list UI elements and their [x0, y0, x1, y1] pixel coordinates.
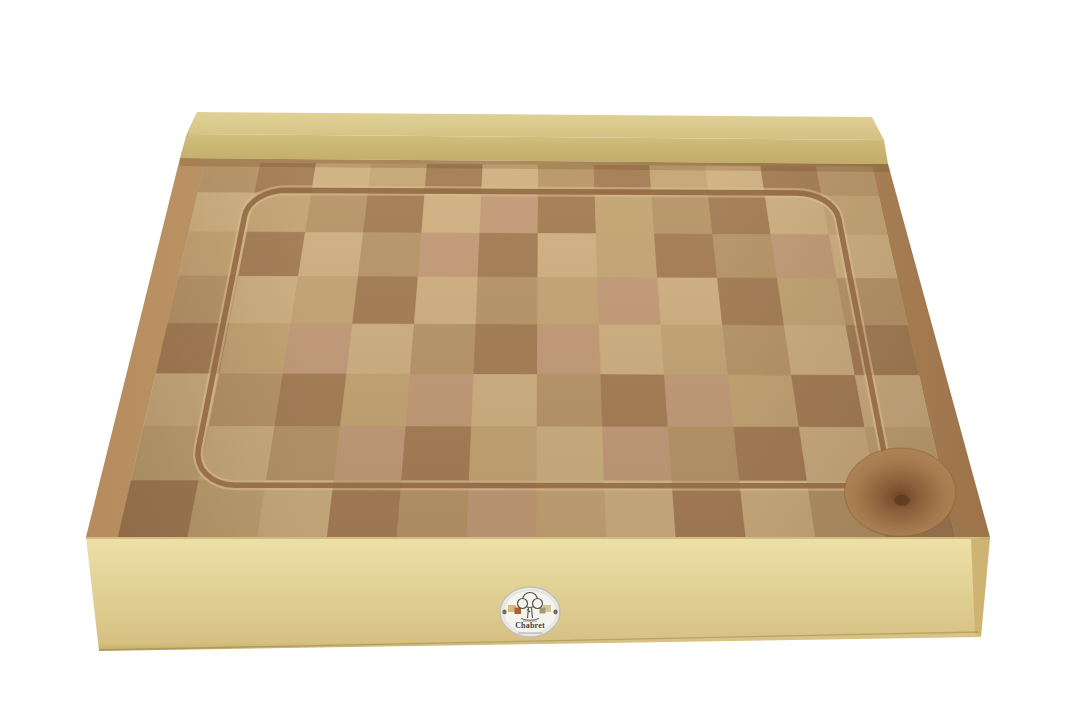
well-bowl: [845, 448, 956, 536]
cutting-board-scene: [0, 0, 1080, 721]
front-face: [86, 537, 990, 651]
well-knot: [894, 495, 910, 506]
juice-well: [845, 448, 956, 536]
backstop-rail: [180, 112, 888, 164]
product-photo-cutting-board: Chabret: [0, 0, 1080, 721]
